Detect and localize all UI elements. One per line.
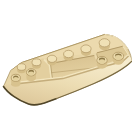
stud	[81, 45, 91, 56]
stud	[32, 59, 41, 69]
lego-part-photo	[0, 0, 135, 135]
lego-brick-illustration	[0, 0, 135, 135]
stud	[17, 64, 26, 74]
stud	[47, 55, 56, 65]
hollow-stud	[97, 56, 107, 68]
hollow-stud	[113, 52, 124, 64]
stud	[99, 39, 110, 51]
hollow-stud	[11, 74, 20, 86]
stud	[64, 50, 74, 61]
hollow-stud	[26, 69, 36, 82]
